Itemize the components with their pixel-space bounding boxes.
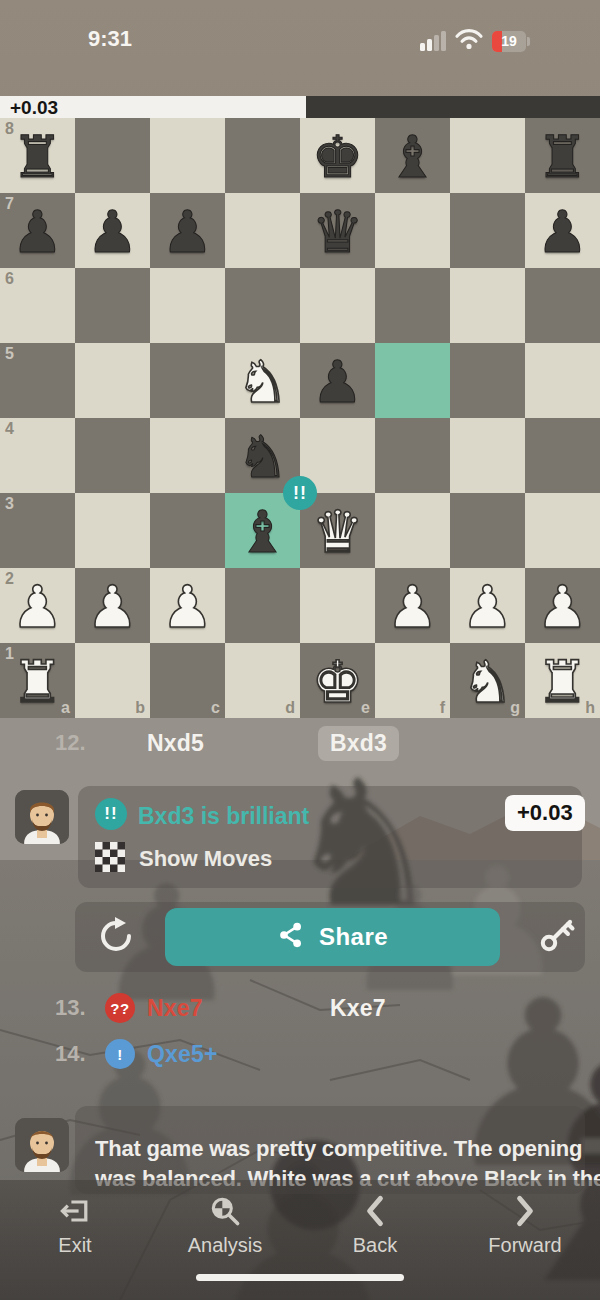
piece-black-pawn: ♟ — [75, 193, 150, 268]
square-g6[interactable] — [450, 268, 525, 343]
coach-avatar — [15, 790, 69, 844]
square-b1[interactable]: b — [75, 643, 150, 718]
move-row: 13.??Nxe7Kxe7 — [0, 985, 600, 1031]
square-a3[interactable]: 3 — [0, 493, 75, 568]
move-classification-badge: ?? — [105, 993, 135, 1023]
bottom-nav: Exit Analysis Back Forward — [0, 1180, 600, 1300]
status-icons: 19 — [420, 28, 570, 54]
eval-score-badge: +0.03 — [505, 795, 585, 831]
square-f1[interactable]: f — [375, 643, 450, 718]
refresh-icon — [96, 916, 136, 956]
square-a6[interactable]: 6 — [0, 268, 75, 343]
square-d5[interactable]: ♞ — [225, 343, 300, 418]
evaluation-value: +0.03 — [10, 96, 58, 118]
nav-forward-button[interactable]: Forward — [450, 1180, 600, 1300]
square-h1[interactable]: h♜ — [525, 643, 600, 718]
piece-white-pawn: ♟ — [525, 568, 600, 643]
piece-black-bishop: ♝ — [375, 118, 450, 193]
move-black[interactable]: Bxd3 — [318, 726, 399, 761]
move-black[interactable]: Kxe7 — [330, 995, 386, 1022]
square-b7[interactable]: ♟ — [75, 193, 150, 268]
key-button[interactable] — [538, 916, 576, 954]
move-white[interactable]: Qxe5+ — [147, 1041, 218, 1068]
piece-black-king: ♚ — [300, 118, 375, 193]
piece-white-king: ♚ — [300, 643, 375, 718]
rank-label-3: 3 — [5, 495, 14, 513]
move-white[interactable]: Nxd5 — [147, 730, 204, 757]
square-d1[interactable]: d — [225, 643, 300, 718]
move-number: 14. — [55, 1031, 86, 1077]
square-c8[interactable] — [150, 118, 225, 193]
square-a7[interactable]: 7♟ — [0, 193, 75, 268]
piece-white-rook: ♜ — [0, 643, 75, 718]
chess-board: 8♜♚♝♜7♟♟♟♛♟65♞♟4♞3♝!!♛2♟♟♟♟♟♟1a♜bcde♚fg♞… — [0, 118, 600, 718]
brilliant-badge-icon: !! — [95, 798, 127, 830]
move-white[interactable]: Nxe7 — [147, 995, 203, 1022]
square-a8[interactable]: 8♜ — [0, 118, 75, 193]
retry-button[interactable] — [96, 916, 136, 956]
square-f5[interactable] — [375, 343, 450, 418]
square-d7[interactable] — [225, 193, 300, 268]
nav-exit-button[interactable]: Exit — [0, 1180, 150, 1300]
show-moves-label: Show Moves — [139, 846, 272, 872]
piece-white-pawn: ♟ — [0, 568, 75, 643]
square-c7[interactable]: ♟ — [150, 193, 225, 268]
square-c4[interactable] — [150, 418, 225, 493]
square-e7[interactable]: ♛ — [300, 193, 375, 268]
share-label: Share — [319, 923, 388, 951]
nav-back-button[interactable]: Back — [300, 1180, 450, 1300]
analysis-message: Bxd3 is brilliant — [138, 803, 309, 830]
move-number: 13. — [55, 985, 86, 1031]
piece-white-knight: ♞ — [450, 643, 525, 718]
nav-forward-label: Forward — [488, 1234, 561, 1257]
nav-analysis-button[interactable]: Analysis — [150, 1180, 300, 1300]
home-indicator[interactable] — [196, 1274, 404, 1281]
square-g1[interactable]: g♞ — [450, 643, 525, 718]
square-h7[interactable]: ♟ — [525, 193, 600, 268]
square-c6[interactable] — [150, 268, 225, 343]
piece-black-pawn: ♟ — [300, 343, 375, 418]
square-b6[interactable] — [75, 268, 150, 343]
piece-white-rook: ♜ — [525, 643, 600, 718]
square-g3[interactable] — [450, 493, 525, 568]
square-e5[interactable]: ♟ — [300, 343, 375, 418]
nav-exit-label: Exit — [58, 1234, 91, 1257]
coach-comment-line1: That game was pretty competitive. The op… — [95, 1136, 582, 1162]
square-g2[interactable]: ♟ — [450, 568, 525, 643]
square-d6[interactable] — [225, 268, 300, 343]
square-h2[interactable]: ♟ — [525, 568, 600, 643]
coach-avatar-small — [15, 1118, 69, 1172]
square-g5[interactable] — [450, 343, 525, 418]
piece-black-rook: ♜ — [0, 118, 75, 193]
battery-percent: 19 — [492, 31, 526, 52]
move-list-row-12: 12.Nxd5Bxd3 — [0, 720, 600, 766]
square-d8[interactable] — [225, 118, 300, 193]
brilliant-move-badge: !! — [283, 476, 317, 510]
square-f8[interactable]: ♝ — [375, 118, 450, 193]
piece-white-pawn: ♟ — [375, 568, 450, 643]
rank-label-4: 4 — [5, 420, 14, 438]
square-e1[interactable]: e♚ — [300, 643, 375, 718]
status-time: 9:31 — [55, 26, 165, 52]
square-f7[interactable] — [375, 193, 450, 268]
square-h5[interactable] — [525, 343, 600, 418]
move-row: 14.!Qxe5+ — [0, 1031, 600, 1077]
square-g7[interactable] — [450, 193, 525, 268]
square-h3[interactable] — [525, 493, 600, 568]
square-e2[interactable] — [300, 568, 375, 643]
piece-black-pawn: ♟ — [525, 193, 600, 268]
chevron-left-icon — [360, 1192, 390, 1230]
piece-black-queen: ♛ — [300, 193, 375, 268]
move-number: 12. — [55, 720, 86, 766]
square-g8[interactable] — [450, 118, 525, 193]
signal-icon — [420, 31, 446, 51]
square-e6[interactable] — [300, 268, 375, 343]
square-b5[interactable] — [75, 343, 150, 418]
piece-white-knight: ♞ — [225, 343, 300, 418]
square-d2[interactable] — [225, 568, 300, 643]
square-c2[interactable]: ♟ — [150, 568, 225, 643]
square-g4[interactable] — [450, 418, 525, 493]
piece-white-pawn: ♟ — [75, 568, 150, 643]
show-moves-button[interactable]: Show Moves — [95, 842, 272, 876]
piece-black-pawn: ♟ — [0, 193, 75, 268]
piece-white-pawn: ♟ — [150, 568, 225, 643]
evaluation-bar: +0.03 — [0, 96, 600, 118]
square-b8[interactable] — [75, 118, 150, 193]
square-d3[interactable]: ♝!! — [225, 493, 300, 568]
square-f6[interactable] — [375, 268, 450, 343]
exit-icon — [57, 1192, 93, 1230]
move-row: 12.Nxd5Bxd3 — [0, 720, 600, 766]
square-b2[interactable]: ♟ — [75, 568, 150, 643]
square-h4[interactable] — [525, 418, 600, 493]
share-button[interactable]: Share — [165, 908, 500, 966]
square-a2[interactable]: 2♟ — [0, 568, 75, 643]
piece-black-rook: ♜ — [525, 118, 600, 193]
key-icon — [538, 916, 576, 954]
rank-label-5: 5 — [5, 345, 14, 363]
square-c5[interactable] — [150, 343, 225, 418]
battery-icon: 19 — [492, 31, 532, 52]
square-f4[interactable] — [375, 418, 450, 493]
spacer — [105, 728, 135, 758]
analysis-icon — [207, 1192, 243, 1230]
nav-analysis-label: Analysis — [188, 1234, 262, 1257]
square-c1[interactable]: c — [150, 643, 225, 718]
wifi-icon — [454, 27, 484, 55]
square-f3[interactable] — [375, 493, 450, 568]
nav-back-label: Back — [353, 1234, 397, 1257]
square-a4[interactable]: 4 — [0, 418, 75, 493]
file-label-d: d — [285, 699, 295, 717]
move-classification-badge: ! — [105, 1039, 135, 1069]
square-f2[interactable]: ♟ — [375, 568, 450, 643]
piece-white-pawn: ♟ — [450, 568, 525, 643]
square-b3[interactable] — [75, 493, 150, 568]
square-a1[interactable]: 1a♜ — [0, 643, 75, 718]
square-h6[interactable] — [525, 268, 600, 343]
square-b4[interactable] — [75, 418, 150, 493]
rank-label-6: 6 — [5, 270, 14, 288]
square-e8[interactable]: ♚ — [300, 118, 375, 193]
chevron-right-icon — [510, 1192, 540, 1230]
share-icon — [277, 921, 305, 953]
mini-board-icon — [95, 842, 125, 876]
piece-black-pawn: ♟ — [150, 193, 225, 268]
file-label-b: b — [135, 699, 145, 717]
file-label-f: f — [440, 699, 445, 717]
move-list-continued: 13.??Nxe7Kxe714.!Qxe5+ — [0, 985, 600, 1077]
square-a5[interactable]: 5 — [0, 343, 75, 418]
square-h8[interactable]: ♜ — [525, 118, 600, 193]
square-c3[interactable] — [150, 493, 225, 568]
file-label-c: c — [211, 699, 220, 717]
